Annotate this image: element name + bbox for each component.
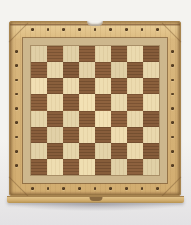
board-square[interactable] (95, 46, 111, 62)
peg-hole (94, 28, 97, 31)
thumb-notch-top (87, 21, 103, 26)
drop-shadow (12, 202, 179, 211)
board-square[interactable] (143, 159, 159, 175)
board-square[interactable] (127, 111, 143, 127)
board-square[interactable] (31, 111, 47, 127)
board-square[interactable] (127, 159, 143, 175)
peg-hole (109, 187, 112, 190)
board-square[interactable] (63, 78, 79, 94)
peg-hole (171, 150, 174, 153)
board-square[interactable] (127, 62, 143, 78)
peg-hole (15, 64, 18, 67)
peg-hole (47, 187, 50, 190)
board-square[interactable] (31, 46, 47, 62)
board-square[interactable] (47, 111, 63, 127)
peg-hole (171, 50, 174, 53)
board-square[interactable] (47, 127, 63, 143)
board-square[interactable] (47, 46, 63, 62)
board-square[interactable] (95, 94, 111, 110)
board-square[interactable] (31, 94, 47, 110)
board-square[interactable] (127, 46, 143, 62)
board-square[interactable] (79, 46, 95, 62)
board-square[interactable] (127, 143, 143, 159)
peg-hole (15, 79, 18, 82)
board-square[interactable] (143, 127, 159, 143)
box-bottom-lip (7, 196, 184, 203)
peg-hole (31, 28, 34, 31)
board-inner-margin (23, 38, 167, 183)
peg-hole (31, 187, 34, 190)
board-square[interactable] (95, 111, 111, 127)
board-square[interactable] (127, 94, 143, 110)
board-square[interactable] (111, 159, 127, 175)
peg-hole (47, 28, 50, 31)
peg-hole (171, 107, 174, 110)
board-square[interactable] (79, 111, 95, 127)
board-square[interactable] (31, 127, 47, 143)
peg-holes-bottom (31, 187, 159, 191)
board-square[interactable] (63, 46, 79, 62)
peg-hole (62, 187, 65, 190)
board-square[interactable] (31, 143, 47, 159)
board-square[interactable] (143, 46, 159, 62)
peg-hole (62, 28, 65, 31)
board-frame (9, 21, 181, 196)
peg-hole (15, 107, 18, 110)
board-square[interactable] (79, 143, 95, 159)
board-square[interactable] (63, 159, 79, 175)
board-square[interactable] (63, 62, 79, 78)
peg-hole (15, 93, 18, 96)
peg-hole (15, 164, 18, 167)
board-square[interactable] (47, 94, 63, 110)
board-square[interactable] (31, 78, 47, 94)
board-square[interactable] (111, 143, 127, 159)
chess-board (30, 45, 160, 176)
board-square[interactable] (143, 143, 159, 159)
board-square[interactable] (63, 111, 79, 127)
board-square[interactable] (47, 78, 63, 94)
peg-hole (156, 28, 159, 31)
peg-hole (109, 28, 112, 31)
board-square[interactable] (95, 127, 111, 143)
board-square[interactable] (127, 127, 143, 143)
peg-hole (125, 28, 128, 31)
board-square[interactable] (95, 143, 111, 159)
board-square[interactable] (111, 94, 127, 110)
peg-hole (171, 79, 174, 82)
peg-hole (141, 28, 144, 31)
peg-hole (94, 187, 97, 190)
peg-hole (171, 164, 174, 167)
board-square[interactable] (31, 62, 47, 78)
board-square[interactable] (95, 62, 111, 78)
board-square[interactable] (111, 46, 127, 62)
board-square[interactable] (63, 127, 79, 143)
board-square[interactable] (63, 143, 79, 159)
chess-board-photo (0, 0, 191, 225)
board-square[interactable] (47, 62, 63, 78)
board-square[interactable] (111, 127, 127, 143)
board-square[interactable] (111, 111, 127, 127)
peg-hole (78, 28, 81, 31)
peg-hole (156, 187, 159, 190)
peg-hole (171, 93, 174, 96)
board-square[interactable] (79, 127, 95, 143)
board-square[interactable] (63, 94, 79, 110)
board-square[interactable] (47, 143, 63, 159)
peg-hole (171, 136, 174, 139)
peg-hole (15, 121, 18, 124)
board-square[interactable] (79, 159, 95, 175)
peg-holes-left (15, 50, 19, 167)
board-square[interactable] (143, 78, 159, 94)
board-square[interactable] (79, 78, 95, 94)
board-square[interactable] (111, 62, 127, 78)
board-square[interactable] (95, 159, 111, 175)
peg-hole (15, 150, 18, 153)
board-square[interactable] (143, 94, 159, 110)
peg-hole (171, 121, 174, 124)
thumb-notch-bottom (89, 197, 102, 201)
board-square[interactable] (111, 78, 127, 94)
board-square[interactable] (79, 62, 95, 78)
peg-hole (15, 50, 18, 53)
peg-hole (125, 187, 128, 190)
board-square[interactable] (31, 159, 47, 175)
peg-hole (15, 136, 18, 139)
peg-hole (141, 187, 144, 190)
board-square[interactable] (79, 94, 95, 110)
peg-hole (171, 64, 174, 67)
peg-holes-right (171, 50, 175, 167)
board-square[interactable] (47, 159, 63, 175)
board-square[interactable] (143, 62, 159, 78)
board-square[interactable] (95, 78, 111, 94)
peg-hole (78, 187, 81, 190)
board-square[interactable] (143, 111, 159, 127)
board-square[interactable] (127, 78, 143, 94)
peg-holes-top (31, 28, 159, 32)
